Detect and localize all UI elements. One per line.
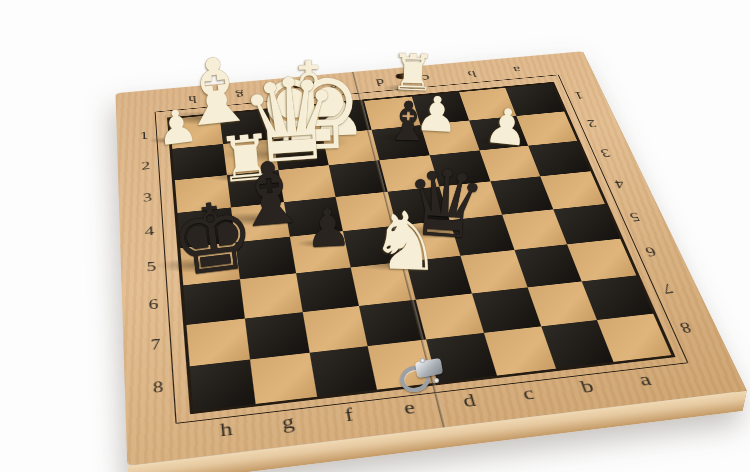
clasp-screw-icon [434,378,439,383]
coord-label: e [376,388,444,428]
square-a7[interactable] [582,275,653,320]
square-e7[interactable] [359,299,426,346]
square-c8[interactable] [484,327,556,376]
square-d7[interactable] [416,293,484,339]
square-h7[interactable] [186,318,249,366]
square-f6[interactable] [296,267,360,312]
square-a3[interactable] [528,141,590,177]
coord-label: 8 [136,364,182,413]
square-h8[interactable] [190,360,256,412]
coord-label: d [435,381,503,420]
square-c7[interactable] [472,287,541,333]
coord-label: g [255,402,321,442]
coord-label: h [194,409,259,450]
square-b6[interactable] [514,244,582,287]
piece-white-pawn-a4[interactable]: ♟ [479,100,533,154]
coord-label: b [552,367,622,405]
coord-label: 5 [131,247,173,288]
square-g7[interactable] [245,312,310,360]
coord-label: c [494,374,563,413]
square-a8[interactable] [597,314,671,362]
square-f8[interactable] [309,346,377,396]
coord-label: 7 [641,267,695,309]
square-f7[interactable] [302,306,368,353]
piece-white-knight-d7[interactable]: ♞ [365,200,448,283]
coord-label: 8 [658,305,714,350]
metal-clasp[interactable] [398,358,444,388]
piece-black-pawn-e7[interactable]: ♟ [301,201,356,256]
square-a6[interactable] [567,238,636,281]
piece-white-pawn-h3[interactable]: ♟ [151,101,202,152]
square-a5[interactable] [554,204,621,244]
square-b7[interactable] [527,281,597,327]
coord-label: 5 [610,198,660,235]
product-photo-stage: hgfedcba hgfedcba 12345678 12345678 ♟♝♜♛… [0,0,750,472]
coord-label: f [316,395,383,435]
piece-black-bishop-d3[interactable]: ♝ [380,94,436,150]
coord-label: a [610,361,681,399]
square-g8[interactable] [250,353,317,404]
coord-label: 7 [134,322,178,368]
piece-black-king-g7[interactable]: ♚ [161,186,266,291]
square-b8[interactable] [541,320,614,369]
coord-label: 6 [132,284,175,327]
coord-label: 6 [625,232,677,272]
clasp-screw-icon [420,358,425,363]
